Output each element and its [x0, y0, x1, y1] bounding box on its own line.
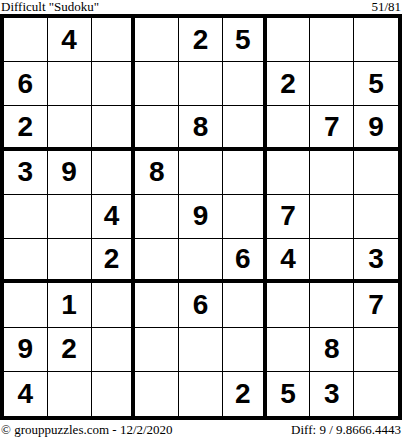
cell-r9c4[interactable] [135, 372, 179, 416]
cell-r7c7[interactable] [267, 283, 311, 327]
cell-r7c2[interactable]: 1 [48, 283, 92, 327]
cell-r8c3[interactable] [92, 328, 136, 372]
cell-r2c1[interactable]: 6 [4, 62, 48, 106]
cell-r2c4[interactable] [135, 62, 179, 106]
cell-r9c8[interactable]: 3 [310, 372, 354, 416]
given-digit: 2 [61, 335, 77, 363]
given-digit: 5 [368, 70, 384, 98]
cell-r3c6[interactable] [223, 106, 267, 150]
cell-r9c3[interactable] [92, 372, 136, 416]
cell-r1c5[interactable]: 2 [179, 18, 223, 62]
cell-r4c6[interactable] [223, 151, 267, 195]
cell-r9c5[interactable] [179, 372, 223, 416]
cell-r2c6[interactable] [223, 62, 267, 106]
sudoku-page: Difficult "Sudoku" 51/81 425625287939849… [0, 0, 402, 437]
cell-r8c8[interactable]: 8 [310, 328, 354, 372]
given-digit: 5 [235, 26, 251, 54]
cell-r5c2[interactable] [48, 195, 92, 239]
footer-bar: © grouppuzzles.com - 12/2/2020 Diff: 9 /… [0, 420, 402, 437]
cell-r1c9[interactable] [354, 18, 398, 62]
cell-r5c7[interactable]: 7 [267, 195, 311, 239]
cell-r5c5[interactable]: 9 [179, 195, 223, 239]
cell-r8c4[interactable] [135, 328, 179, 372]
cell-r9c9[interactable] [354, 372, 398, 416]
cell-r3c8[interactable]: 7 [310, 106, 354, 150]
cell-r6c8[interactable] [310, 239, 354, 283]
given-digit: 9 [18, 335, 34, 363]
cell-r1c3[interactable] [92, 18, 136, 62]
cell-r3c1[interactable]: 2 [4, 106, 48, 150]
given-digit: 8 [149, 158, 165, 186]
cell-r5c3[interactable]: 4 [92, 195, 136, 239]
cell-r3c4[interactable] [135, 106, 179, 150]
cell-r8c2[interactable]: 2 [48, 328, 92, 372]
cell-r4c4[interactable]: 8 [135, 151, 179, 195]
cell-r6c4[interactable] [135, 239, 179, 283]
cell-r5c4[interactable] [135, 195, 179, 239]
cell-r3c9[interactable]: 9 [354, 106, 398, 150]
given-digit: 7 [280, 202, 296, 230]
cell-r2c8[interactable] [310, 62, 354, 106]
cell-r7c1[interactable] [4, 283, 48, 327]
cell-r6c7[interactable]: 4 [267, 239, 311, 283]
given-digit: 6 [193, 291, 209, 319]
cell-r4c7[interactable] [267, 151, 311, 195]
given-digit: 4 [104, 202, 120, 230]
given-digit: 2 [104, 245, 120, 273]
cell-r9c7[interactable]: 5 [267, 372, 311, 416]
cell-r3c3[interactable] [92, 106, 136, 150]
cell-r3c2[interactable] [48, 106, 92, 150]
cell-r6c1[interactable] [4, 239, 48, 283]
cell-r4c9[interactable] [354, 151, 398, 195]
copyright-text: © grouppuzzles.com - 12/2/2020 [1, 422, 173, 437]
cell-r1c6[interactable]: 5 [223, 18, 267, 62]
given-digit: 4 [280, 245, 296, 273]
empty-cell-counter: 51/81 [371, 0, 401, 13]
cell-r6c2[interactable] [48, 239, 92, 283]
given-digit: 2 [18, 113, 34, 141]
cell-r6c5[interactable] [179, 239, 223, 283]
page-title: Difficult "Sudoku" [1, 0, 99, 13]
given-digit: 9 [368, 113, 384, 141]
cell-r6c3[interactable]: 2 [92, 239, 136, 283]
cell-r7c6[interactable] [223, 283, 267, 327]
cell-r4c1[interactable]: 3 [4, 151, 48, 195]
cell-r8c6[interactable] [223, 328, 267, 372]
given-digit: 2 [280, 70, 296, 98]
cell-r8c7[interactable] [267, 328, 311, 372]
cell-r1c8[interactable] [310, 18, 354, 62]
difficulty-text: Diff: 9 / 9.8666.4443 [291, 422, 401, 437]
given-digit: 2 [193, 26, 209, 54]
cell-r7c5[interactable]: 6 [179, 283, 223, 327]
cell-r7c9[interactable]: 7 [354, 283, 398, 327]
given-digit: 6 [235, 245, 251, 273]
cell-r7c3[interactable] [92, 283, 136, 327]
cell-r4c2[interactable]: 9 [48, 151, 92, 195]
cell-r4c3[interactable] [92, 151, 136, 195]
given-digit: 7 [324, 113, 340, 141]
cell-r9c2[interactable] [48, 372, 92, 416]
cell-r6c9[interactable]: 3 [354, 239, 398, 283]
cell-r9c6[interactable]: 2 [223, 372, 267, 416]
cell-r4c5[interactable] [179, 151, 223, 195]
cell-r5c1[interactable] [4, 195, 48, 239]
given-digit: 6 [18, 70, 34, 98]
cell-r1c4[interactable] [135, 18, 179, 62]
cell-r2c7[interactable]: 2 [267, 62, 311, 106]
cell-r2c2[interactable] [48, 62, 92, 106]
cell-r6c6[interactable]: 6 [223, 239, 267, 283]
cell-r7c4[interactable] [135, 283, 179, 327]
given-digit: 9 [193, 202, 209, 230]
cell-r5c6[interactable] [223, 195, 267, 239]
given-digit: 7 [368, 291, 384, 319]
cell-r5c9[interactable] [354, 195, 398, 239]
given-digit: 3 [324, 380, 340, 408]
cell-r3c7[interactable] [267, 106, 311, 150]
given-digit: 8 [324, 335, 340, 363]
cell-r1c2[interactable]: 4 [48, 18, 92, 62]
cell-r4c8[interactable] [310, 151, 354, 195]
cell-r1c1[interactable] [4, 18, 48, 62]
cell-r9c1[interactable]: 4 [4, 372, 48, 416]
cell-r8c1[interactable]: 9 [4, 328, 48, 372]
given-digit: 3 [368, 245, 384, 273]
cell-r7c8[interactable] [310, 283, 354, 327]
given-digit: 3 [18, 158, 34, 186]
given-digit: 1 [61, 291, 77, 319]
cell-r2c9[interactable]: 5 [354, 62, 398, 106]
cell-r2c5[interactable] [179, 62, 223, 106]
cell-r8c5[interactable] [179, 328, 223, 372]
given-digit: 2 [235, 380, 251, 408]
cell-r8c9[interactable] [354, 328, 398, 372]
header-bar: Difficult "Sudoku" 51/81 [0, 0, 402, 14]
given-digit: 8 [193, 113, 209, 141]
given-digit: 5 [280, 380, 296, 408]
given-digit: 4 [18, 380, 34, 408]
cell-r1c7[interactable] [267, 18, 311, 62]
sudoku-board: 425625287939849726431679284253 [0, 14, 402, 420]
cell-r2c3[interactable] [92, 62, 136, 106]
given-digit: 4 [61, 26, 77, 54]
cell-r5c8[interactable] [310, 195, 354, 239]
given-digit: 9 [61, 158, 77, 186]
cell-r3c5[interactable]: 8 [179, 106, 223, 150]
